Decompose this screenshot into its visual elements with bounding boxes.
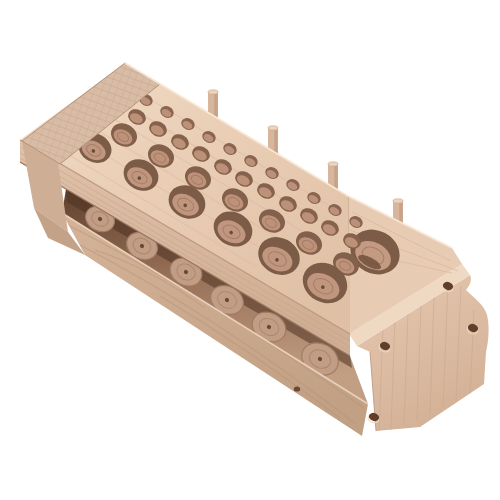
- peg-top: [268, 126, 278, 130]
- peg-top: [208, 90, 218, 94]
- peg-top: [393, 199, 403, 203]
- peg-top: [328, 162, 338, 166]
- wooden-rack-illustration: [0, 0, 500, 500]
- product-photo-canvas: Angled overhead product photo of a light…: [0, 0, 500, 500]
- base-pin-hole: [294, 386, 300, 391]
